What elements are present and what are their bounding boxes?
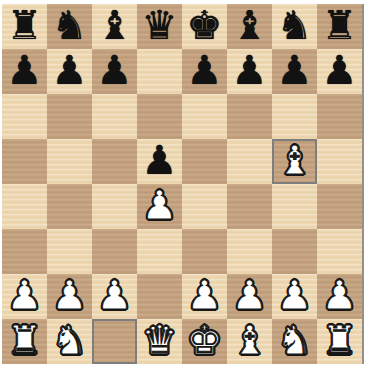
square-f5[interactable]: [227, 139, 272, 184]
white-pawn-piece[interactable]: ♟: [187, 273, 223, 318]
square-a5[interactable]: [2, 139, 47, 184]
white-bishop-piece[interactable]: ♝: [232, 318, 268, 363]
black-rook-piece[interactable]: ♜: [7, 3, 43, 48]
square-e1[interactable]: ♚: [182, 319, 227, 364]
square-c7[interactable]: ♟: [92, 49, 137, 94]
square-c5[interactable]: [92, 139, 137, 184]
square-h8[interactable]: ♜: [317, 4, 362, 49]
square-f6[interactable]: [227, 94, 272, 139]
square-c8[interactable]: ♝: [92, 4, 137, 49]
square-b4[interactable]: [47, 184, 92, 229]
square-b3[interactable]: [47, 229, 92, 274]
square-e7[interactable]: ♟: [182, 49, 227, 94]
square-c3[interactable]: [92, 229, 137, 274]
black-pawn-piece[interactable]: ♟: [52, 48, 88, 93]
white-knight-piece[interactable]: ♞: [277, 318, 313, 363]
white-queen-piece[interactable]: ♛: [142, 318, 178, 363]
chess-board: ♜♞♝♛♚♝♞♜♟♟♟♟♟♟♟♟♝♟♟♟♟♟♟♟♟♜♞♛♚♝♞♜: [2, 4, 364, 364]
square-f1[interactable]: ♝: [227, 319, 272, 364]
square-h2[interactable]: ♟: [317, 274, 362, 319]
square-d8[interactable]: ♛: [137, 4, 182, 49]
white-rook-piece[interactable]: ♜: [322, 318, 358, 363]
square-g4[interactable]: [272, 184, 317, 229]
square-f8[interactable]: ♝: [227, 4, 272, 49]
black-pawn-piece[interactable]: ♟: [97, 48, 133, 93]
square-b6[interactable]: [47, 94, 92, 139]
white-rook-piece[interactable]: ♜: [7, 318, 43, 363]
square-d1[interactable]: ♛: [137, 319, 182, 364]
white-pawn-piece[interactable]: ♟: [277, 273, 313, 318]
black-pawn-piece[interactable]: ♟: [277, 48, 313, 93]
square-f4[interactable]: [227, 184, 272, 229]
square-h3[interactable]: [317, 229, 362, 274]
square-h6[interactable]: [317, 94, 362, 139]
black-bishop-piece[interactable]: ♝: [232, 3, 268, 48]
square-d2[interactable]: [137, 274, 182, 319]
square-g1[interactable]: ♞: [272, 319, 317, 364]
white-pawn-piece[interactable]: ♟: [232, 273, 268, 318]
white-pawn-piece[interactable]: ♟: [52, 273, 88, 318]
square-c2[interactable]: ♟: [92, 274, 137, 319]
square-b8[interactable]: ♞: [47, 4, 92, 49]
square-f2[interactable]: ♟: [227, 274, 272, 319]
black-queen-piece[interactable]: ♛: [142, 3, 178, 48]
square-h4[interactable]: [317, 184, 362, 229]
square-g6[interactable]: [272, 94, 317, 139]
black-pawn-piece[interactable]: ♟: [7, 48, 43, 93]
black-knight-piece[interactable]: ♞: [52, 3, 88, 48]
square-a4[interactable]: [2, 184, 47, 229]
square-a6[interactable]: [2, 94, 47, 139]
square-c1[interactable]: [92, 319, 137, 364]
white-bishop-piece[interactable]: ♝: [277, 138, 313, 183]
white-king-piece[interactable]: ♚: [187, 318, 223, 363]
square-e3[interactable]: [182, 229, 227, 274]
square-d3[interactable]: [137, 229, 182, 274]
black-king-piece[interactable]: ♚: [187, 3, 223, 48]
square-a3[interactable]: [2, 229, 47, 274]
square-b5[interactable]: [47, 139, 92, 184]
black-pawn-piece[interactable]: ♟: [322, 48, 358, 93]
square-f3[interactable]: [227, 229, 272, 274]
square-f7[interactable]: ♟: [227, 49, 272, 94]
square-h7[interactable]: ♟: [317, 49, 362, 94]
square-d5[interactable]: ♟: [137, 139, 182, 184]
square-g7[interactable]: ♟: [272, 49, 317, 94]
board-frame: ♜♞♝♛♚♝♞♜♟♟♟♟♟♟♟♟♝♟♟♟♟♟♟♟♟♜♞♛♚♝♞♜: [0, 0, 366, 364]
black-bishop-piece[interactable]: ♝: [97, 3, 133, 48]
square-e5[interactable]: [182, 139, 227, 184]
black-pawn-piece[interactable]: ♟: [187, 48, 223, 93]
square-d7[interactable]: [137, 49, 182, 94]
square-e8[interactable]: ♚: [182, 4, 227, 49]
square-d6[interactable]: [137, 94, 182, 139]
square-b1[interactable]: ♞: [47, 319, 92, 364]
black-rook-piece[interactable]: ♜: [322, 3, 358, 48]
square-c6[interactable]: [92, 94, 137, 139]
white-knight-piece[interactable]: ♞: [52, 318, 88, 363]
square-g3[interactable]: [272, 229, 317, 274]
square-h1[interactable]: ♜: [317, 319, 362, 364]
black-knight-piece[interactable]: ♞: [277, 3, 313, 48]
square-g2[interactable]: ♟: [272, 274, 317, 319]
square-e4[interactable]: [182, 184, 227, 229]
square-h5[interactable]: [317, 139, 362, 184]
white-pawn-piece[interactable]: ♟: [97, 273, 133, 318]
square-e2[interactable]: ♟: [182, 274, 227, 319]
square-a8[interactable]: ♜: [2, 4, 47, 49]
white-pawn-piece[interactable]: ♟: [7, 273, 43, 318]
square-e6[interactable]: [182, 94, 227, 139]
square-b2[interactable]: ♟: [47, 274, 92, 319]
black-pawn-piece[interactable]: ♟: [142, 138, 178, 183]
square-b7[interactable]: ♟: [47, 49, 92, 94]
square-g5[interactable]: ♝: [272, 139, 317, 184]
square-g8[interactable]: ♞: [272, 4, 317, 49]
square-c4[interactable]: [92, 184, 137, 229]
black-pawn-piece[interactable]: ♟: [232, 48, 268, 93]
white-pawn-piece[interactable]: ♟: [322, 273, 358, 318]
square-a7[interactable]: ♟: [2, 49, 47, 94]
square-d4[interactable]: ♟: [137, 184, 182, 229]
square-a1[interactable]: ♜: [2, 319, 47, 364]
square-a2[interactable]: ♟: [2, 274, 47, 319]
white-pawn-piece[interactable]: ♟: [142, 183, 178, 228]
